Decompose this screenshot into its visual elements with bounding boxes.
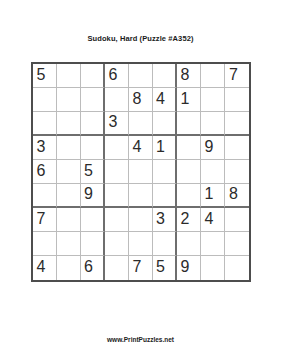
cell-r6c4 [105, 184, 129, 208]
cell-r2c9 [225, 88, 249, 112]
given-digit: 1 [156, 139, 165, 155]
cell-r4c4 [105, 136, 129, 160]
given-digit: 5 [156, 259, 165, 275]
cell-r8c7 [177, 232, 201, 256]
given-digit: 1 [205, 186, 214, 202]
given-digit: 3 [37, 139, 46, 155]
cell-r1c1: 5 [33, 64, 57, 88]
cell-r5c3: 5 [81, 160, 105, 184]
cell-r9c5: 7 [129, 256, 153, 280]
cell-r4c7 [177, 136, 201, 160]
cell-r5c2 [57, 160, 81, 184]
cell-r8c5 [129, 232, 153, 256]
given-digit: 7 [229, 67, 238, 83]
cell-r6c7 [177, 184, 201, 208]
cell-r7c4 [105, 208, 129, 232]
cell-r1c4: 6 [105, 64, 129, 88]
cell-r4c8: 9 [201, 136, 225, 160]
page: Sudoku, Hard (Puzzle #A352) 568784133419… [0, 0, 281, 363]
cell-r6c9: 8 [225, 184, 249, 208]
given-digit: 6 [109, 67, 118, 83]
cell-r3c9 [225, 112, 249, 136]
cell-r3c3 [81, 112, 105, 136]
given-digit: 6 [84, 259, 93, 275]
given-digit: 5 [37, 67, 46, 83]
cell-r1c2 [57, 64, 81, 88]
cell-r2c7: 1 [177, 88, 201, 112]
cell-r7c2 [57, 208, 81, 232]
cell-r9c3: 6 [81, 256, 105, 280]
given-digit: 8 [133, 91, 142, 107]
cell-r9c7: 9 [177, 256, 201, 280]
cell-r8c4 [105, 232, 129, 256]
cell-r6c2 [57, 184, 81, 208]
given-digit: 4 [205, 211, 214, 227]
cell-r2c3 [81, 88, 105, 112]
cell-r7c8: 4 [201, 208, 225, 232]
given-digit: 4 [156, 91, 165, 107]
cell-r4c2 [57, 136, 81, 160]
cell-r6c3: 9 [81, 184, 105, 208]
cell-r8c8 [201, 232, 225, 256]
cell-r7c6: 3 [153, 208, 177, 232]
cell-r1c3 [81, 64, 105, 88]
given-digit: 1 [181, 91, 190, 107]
cell-r5c9 [225, 160, 249, 184]
cell-r3c4: 3 [105, 112, 129, 136]
given-digit: 2 [181, 211, 190, 227]
cell-r2c2 [57, 88, 81, 112]
puzzle-title: Sudoku, Hard (Puzzle #A352) [0, 0, 281, 43]
cell-r5c4 [105, 160, 129, 184]
cell-r6c8: 1 [201, 184, 225, 208]
given-digit: 8 [181, 67, 190, 83]
given-digit: 9 [205, 139, 214, 155]
cell-r1c8 [201, 64, 225, 88]
given-digit: 6 [37, 163, 46, 179]
cell-r9c2 [57, 256, 81, 280]
cell-r4c9 [225, 136, 249, 160]
cell-r3c5 [129, 112, 153, 136]
cell-r8c6 [153, 232, 177, 256]
cell-r8c2 [57, 232, 81, 256]
cell-r3c2 [57, 112, 81, 136]
cell-r1c5 [129, 64, 153, 88]
cell-r4c6: 1 [153, 136, 177, 160]
given-digit: 5 [84, 163, 93, 179]
cell-r3c1 [33, 112, 57, 136]
cell-r6c6 [153, 184, 177, 208]
cell-r5c6 [153, 160, 177, 184]
cell-r8c9 [225, 232, 249, 256]
given-digit: 3 [156, 211, 165, 227]
cell-r9c4 [105, 256, 129, 280]
given-digit: 4 [133, 139, 142, 155]
cell-r1c7: 8 [177, 64, 201, 88]
cell-r2c5: 8 [129, 88, 153, 112]
cell-r6c5 [129, 184, 153, 208]
given-digit: 7 [37, 211, 46, 227]
cell-r9c1: 4 [33, 256, 57, 280]
cell-r3c6 [153, 112, 177, 136]
cell-r2c6: 4 [153, 88, 177, 112]
sudoku-board: 56878413341965918732446759 [31, 62, 251, 282]
cell-r7c7: 2 [177, 208, 201, 232]
cell-r1c6 [153, 64, 177, 88]
cell-r5c8 [201, 160, 225, 184]
cell-r4c5: 4 [129, 136, 153, 160]
cell-r7c3 [81, 208, 105, 232]
cell-r5c1: 6 [33, 160, 57, 184]
cell-r2c8 [201, 88, 225, 112]
cell-r2c1 [33, 88, 57, 112]
cell-r2c4 [105, 88, 129, 112]
given-digit: 3 [109, 114, 118, 130]
given-digit: 9 [181, 259, 190, 275]
cell-r9c6: 5 [153, 256, 177, 280]
cell-r7c5 [129, 208, 153, 232]
given-digit: 8 [229, 186, 238, 202]
given-digit: 9 [84, 186, 93, 202]
cell-r3c7 [177, 112, 201, 136]
cell-r5c5 [129, 160, 153, 184]
cell-r4c1: 3 [33, 136, 57, 160]
cell-r8c3 [81, 232, 105, 256]
cell-r3c8 [201, 112, 225, 136]
cell-r4c3 [81, 136, 105, 160]
given-digit: 7 [133, 259, 142, 275]
cell-r7c9 [225, 208, 249, 232]
cell-r8c1 [33, 232, 57, 256]
cell-r5c7 [177, 160, 201, 184]
cell-r7c1: 7 [33, 208, 57, 232]
footer-url: www.PrintPuzzles.net [0, 336, 281, 343]
cell-r1c9: 7 [225, 64, 249, 88]
cell-r9c9 [225, 256, 249, 280]
cell-r6c1 [33, 184, 57, 208]
given-digit: 4 [37, 259, 46, 275]
cell-r9c8 [201, 256, 225, 280]
